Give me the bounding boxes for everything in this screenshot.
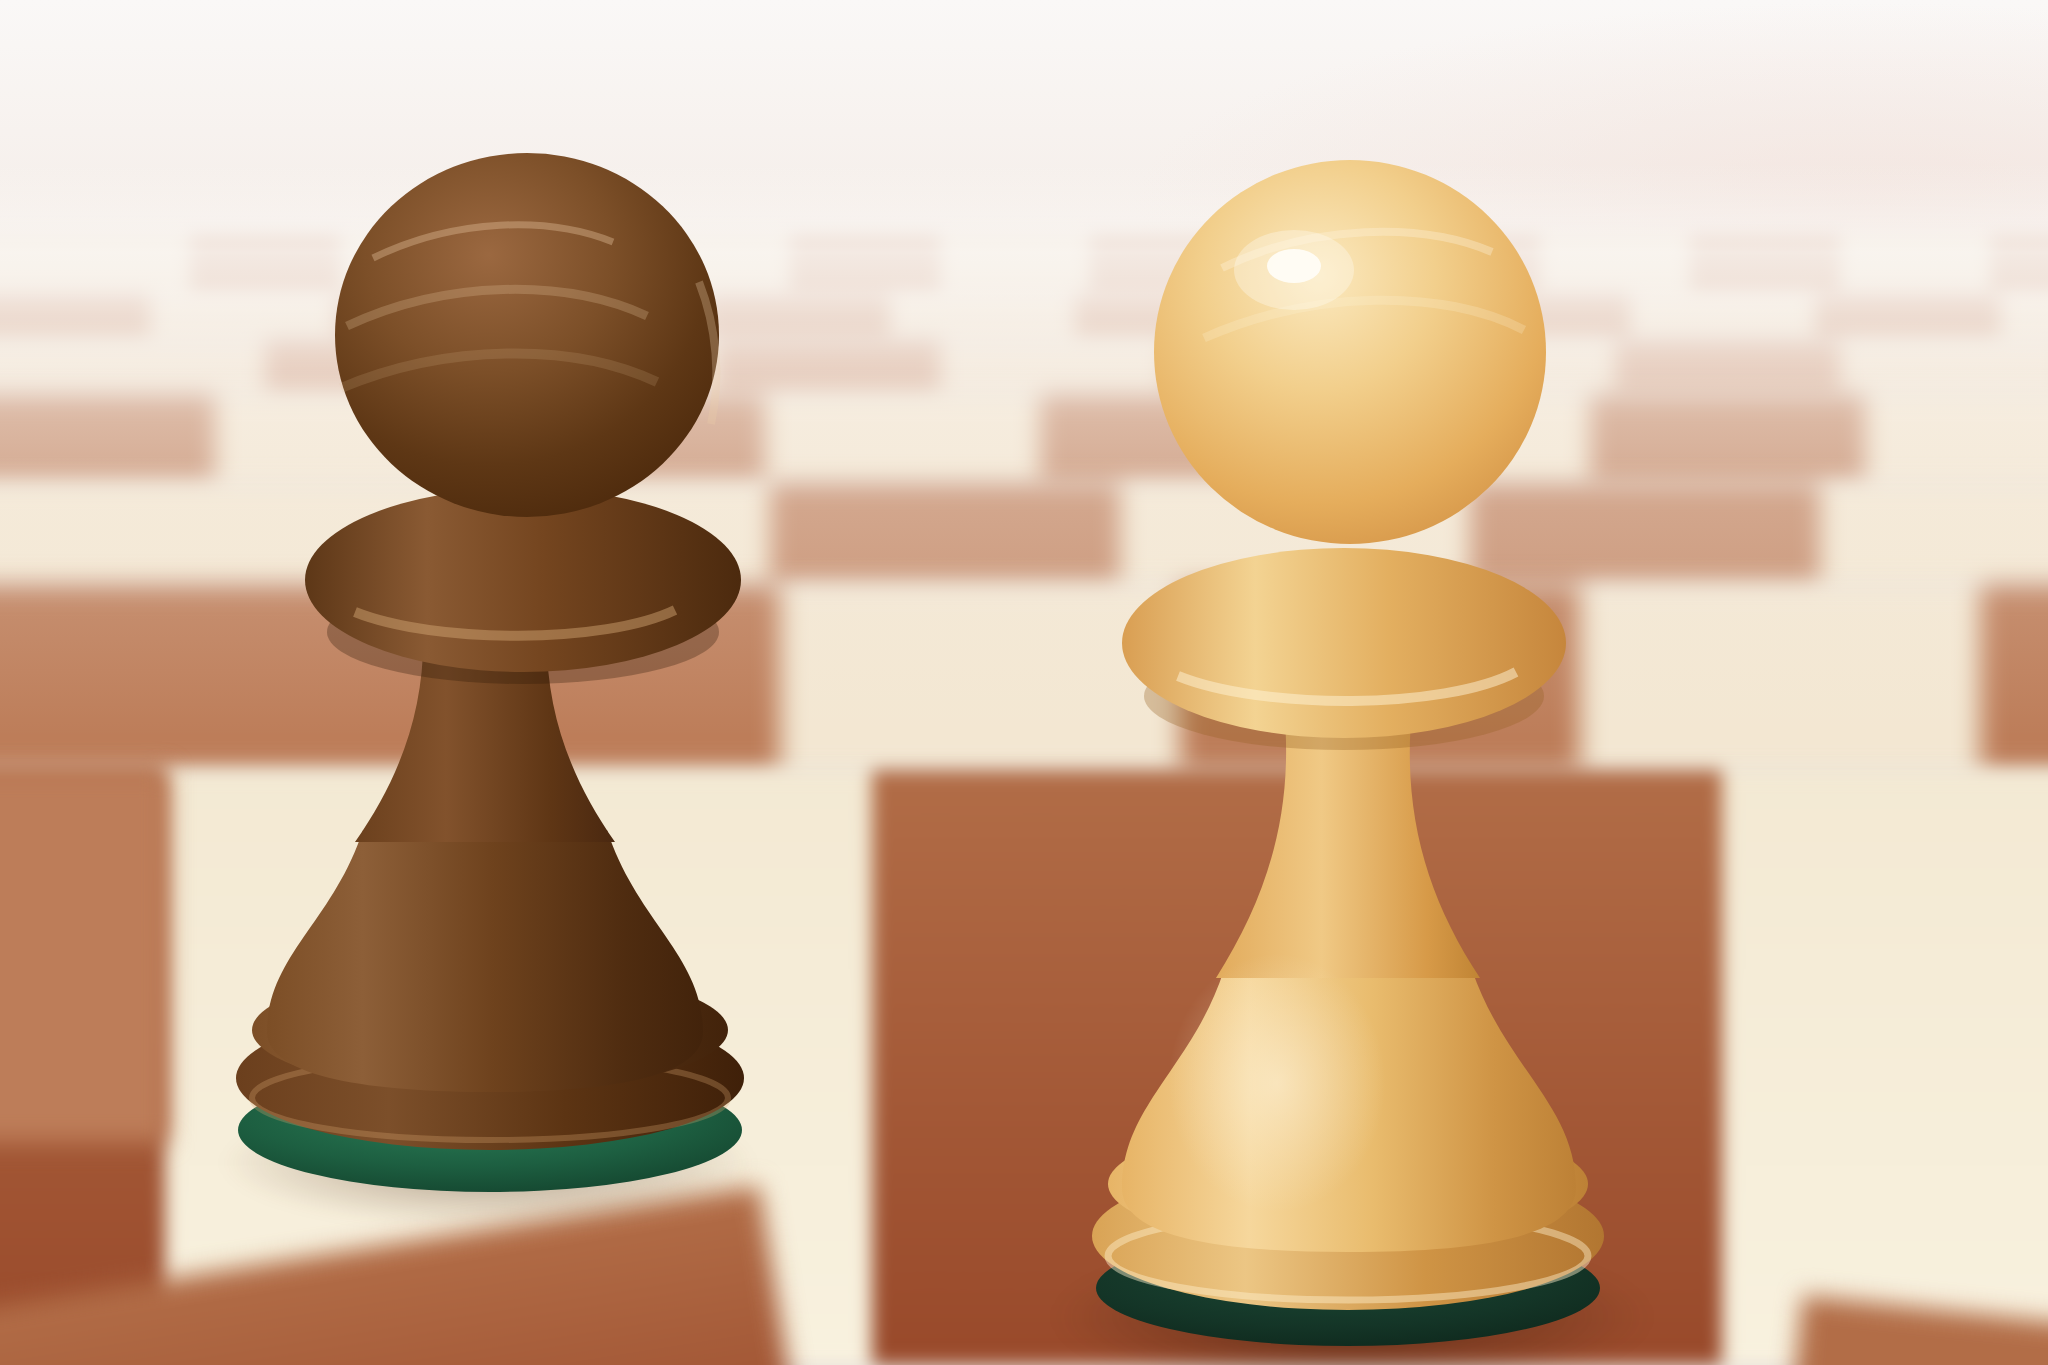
board-square-dark[interactable] xyxy=(1990,238,2048,296)
board-square-light[interactable] xyxy=(1630,294,1815,342)
board-square-light[interactable] xyxy=(1840,340,2048,397)
board-square-light[interactable] xyxy=(1840,238,1990,296)
black-pawn-shape xyxy=(236,153,744,1192)
board-square-light[interactable] xyxy=(1865,395,2048,485)
black-pawn-body xyxy=(267,830,703,1092)
board-square-dark[interactable] xyxy=(1815,294,2000,342)
board-square-dark[interactable] xyxy=(0,770,168,1142)
white-pawn[interactable] xyxy=(1072,148,1632,1353)
board-square-light[interactable] xyxy=(1580,585,1980,772)
black-pawn-head xyxy=(335,153,719,517)
board-square-light[interactable] xyxy=(0,238,190,296)
photo-stage xyxy=(0,0,2048,1365)
board-square-dark[interactable] xyxy=(0,294,150,342)
body-sheen xyxy=(1122,898,1432,1268)
black-pawn[interactable] xyxy=(205,130,760,1200)
board-square-dark[interactable] xyxy=(0,395,215,485)
board-square-light[interactable] xyxy=(2000,294,2048,342)
board-square-dark[interactable] xyxy=(1980,585,2048,772)
board-square-dark[interactable] xyxy=(770,483,1120,587)
board-square-light[interactable] xyxy=(940,238,1090,296)
white-pawn-collar xyxy=(1122,548,1566,738)
white-pawn-head xyxy=(1154,160,1546,544)
board-square-dark[interactable] xyxy=(1690,238,1840,296)
board-square-light[interactable] xyxy=(890,294,1075,342)
board-square-light[interactable] xyxy=(1820,483,2048,587)
board-square-dark[interactable] xyxy=(790,238,940,296)
board-square-dark[interactable] xyxy=(1615,340,1840,397)
white-pawn-shape xyxy=(1092,160,1604,1346)
board-square-light[interactable] xyxy=(765,395,1040,485)
